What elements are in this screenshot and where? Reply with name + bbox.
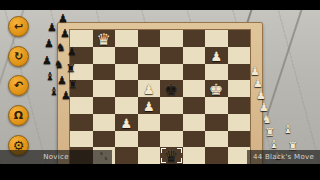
square-b5[interactable] — [93, 80, 116, 97]
app-window: ♛♟♟♚♚♟♟♞♘ ♘♞♛ ♟♟♟♟♞♟♟♞♜♝♟♜♝♟ ♟♟♟♟♞♜♝♞♝♜ … — [0, 0, 320, 180]
captured-black-piece: ♞ — [56, 42, 66, 53]
restart-icon: ↻ — [14, 51, 23, 62]
captured-black-piece: ♟ — [67, 46, 77, 57]
square-h3[interactable] — [228, 114, 251, 131]
undo-icon: ↶ — [14, 80, 23, 91]
square-a4[interactable] — [70, 97, 93, 114]
square-f1[interactable] — [183, 147, 206, 164]
square-b2[interactable] — [93, 131, 116, 148]
captured-white-piece: ♝ — [283, 124, 293, 135]
captured-white-piece: ♜ — [265, 127, 275, 138]
chess-board[interactable]: ♛♟♟♚♚♟♟♞♘ ♘♞♛ — [70, 30, 250, 164]
captured-white-piece: ♟ — [259, 102, 269, 113]
square-c1[interactable] — [115, 147, 138, 164]
square-c4[interactable] — [115, 97, 138, 114]
white-queen-b8: ♛ — [93, 31, 116, 48]
plank-seam — [265, 10, 304, 120]
turn-label: 44 Black's Move — [253, 153, 314, 161]
square-d1[interactable] — [138, 147, 161, 164]
square-g5[interactable]: ♚ — [205, 80, 228, 97]
square-d2[interactable] — [138, 131, 161, 148]
letterbox-top — [0, 0, 320, 10]
undo-button[interactable]: ↶ — [8, 75, 29, 96]
square-d3[interactable] — [138, 114, 161, 131]
captured-black-piece: ♝ — [45, 71, 55, 82]
square-e6[interactable] — [160, 64, 183, 81]
square-a3[interactable] — [70, 114, 93, 131]
square-d5[interactable]: ♟ — [138, 80, 161, 97]
square-f2[interactable] — [183, 131, 206, 148]
turn-indicator: 44 Black's Move — [247, 150, 320, 164]
square-f6[interactable] — [183, 64, 206, 81]
captured-black-piece: ♟ — [60, 28, 70, 39]
captured-black-piece: ♝ — [49, 86, 59, 97]
hint-button[interactable]: Ω — [8, 105, 29, 126]
square-a2[interactable] — [70, 131, 93, 148]
captured-black-piece: ♜ — [66, 63, 76, 74]
square-e8[interactable] — [160, 30, 183, 47]
back-button[interactable]: ↩ — [8, 16, 29, 37]
captured-black-piece: ♟ — [61, 90, 71, 101]
square-f7[interactable] — [183, 47, 206, 64]
square-h2[interactable] — [228, 131, 251, 148]
captured-black-piece: ♟ — [42, 55, 52, 66]
square-b8[interactable]: ♛ — [93, 30, 116, 47]
square-e2[interactable] — [160, 131, 183, 148]
square-c5[interactable] — [115, 80, 138, 97]
square-e4[interactable] — [160, 97, 183, 114]
square-g3[interactable] — [205, 114, 228, 131]
captured-white-piece: ♟ — [256, 90, 266, 101]
back-icon: ↩ — [14, 21, 23, 32]
square-h5[interactable] — [228, 80, 251, 97]
captured-black-piece: ♟ — [44, 38, 54, 49]
captured-white-piece: ♟ — [250, 66, 260, 77]
captured-black-piece: ♟ — [58, 13, 68, 24]
square-f5[interactable] — [183, 80, 206, 97]
square-g4[interactable] — [205, 97, 228, 114]
square-d4[interactable]: ♟ — [138, 97, 161, 114]
square-h6[interactable] — [228, 64, 251, 81]
square-h4[interactable] — [228, 97, 251, 114]
square-b3[interactable] — [93, 114, 116, 131]
last-move-highlight — [160, 147, 183, 164]
letterbox-bottom — [0, 164, 320, 180]
square-c2[interactable] — [115, 131, 138, 148]
difficulty-label: Novice — [43, 153, 69, 161]
white-pawn-d4: ♟ — [138, 98, 161, 115]
square-d8[interactable] — [138, 30, 161, 47]
difficulty-badge: Novice — [0, 150, 112, 164]
square-b4[interactable] — [93, 97, 116, 114]
square-c8[interactable] — [115, 30, 138, 47]
square-d7[interactable] — [138, 47, 161, 64]
square-d6[interactable] — [138, 64, 161, 81]
square-f8[interactable] — [183, 30, 206, 47]
white-pawn-d5: ♟ — [138, 81, 161, 98]
square-g8[interactable] — [205, 30, 228, 47]
square-h7[interactable] — [228, 47, 251, 64]
square-g6[interactable] — [205, 64, 228, 81]
hint-icon: Ω — [14, 110, 23, 121]
square-c3[interactable]: ♟ — [115, 114, 138, 131]
white-pawn-g7: ♟ — [205, 48, 228, 65]
square-b7[interactable] — [93, 47, 116, 64]
white-pawn-c3: ♟ — [115, 115, 138, 132]
chess-board-frame: ♛♟♟♚♚♟♟♞♘ ♘♞♛ — [57, 22, 263, 164]
square-g1[interactable] — [205, 147, 228, 164]
white-king-g5: ♚ — [205, 81, 228, 98]
square-h8[interactable] — [228, 30, 251, 47]
square-e3[interactable] — [160, 114, 183, 131]
square-f4[interactable] — [183, 97, 206, 114]
restart-button[interactable]: ↻ — [8, 46, 29, 67]
square-e1[interactable]: ♛ — [160, 147, 183, 164]
table-background: ♛♟♟♚♚♟♟♞♘ ♘♞♛ ♟♟♟♟♞♟♟♞♜♝♟♜♝♟ ♟♟♟♟♞♜♝♞♝♜ … — [0, 10, 320, 164]
captured-black-piece: ♞ — [54, 59, 64, 70]
square-e7[interactable] — [160, 47, 183, 64]
square-g7[interactable]: ♟ — [205, 47, 228, 64]
square-f3[interactable] — [183, 114, 206, 131]
square-g2[interactable] — [205, 131, 228, 148]
captured-white-piece: ♞ — [262, 114, 272, 125]
square-c6[interactable] — [115, 64, 138, 81]
square-c7[interactable] — [115, 47, 138, 64]
captured-black-piece: ♟ — [47, 22, 57, 33]
black-king-e5: ♚ — [160, 81, 183, 98]
captured-white-piece: ♟ — [253, 78, 263, 89]
square-e5[interactable]: ♚ — [160, 80, 183, 97]
square-b6[interactable] — [93, 64, 116, 81]
